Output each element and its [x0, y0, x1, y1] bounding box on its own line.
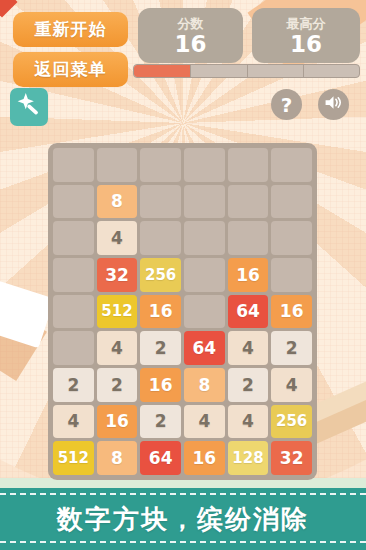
tile-256: 256 [271, 405, 312, 439]
magic-wand-button[interactable] [10, 88, 48, 126]
tile-16: 16 [184, 441, 225, 475]
game-tagline: 数字方块，缤纷消除 [0, 502, 366, 537]
speaker-volume-icon [324, 93, 343, 116]
dashed-divider [0, 541, 366, 543]
dashed-divider [0, 493, 366, 495]
back-to-menu-button[interactable]: 返回菜单 [13, 52, 128, 87]
tile-8: 8 [184, 368, 225, 402]
empty-cell [271, 221, 312, 255]
progress-divider [303, 65, 304, 77]
empty-cell [53, 221, 94, 255]
tile-2: 2 [140, 405, 181, 439]
empty-cell [97, 148, 138, 182]
board[interactable]: 8432256165121664164264422216824416244256… [48, 143, 317, 480]
footer-banner: 数字方块，缤纷消除 [0, 488, 366, 550]
sound-button[interactable] [318, 89, 349, 120]
empty-cell [140, 185, 181, 219]
tile-16: 16 [140, 295, 181, 329]
empty-cell [271, 148, 312, 182]
score-label: 分数 [178, 15, 204, 32]
best-score-panel: 最高分 16 [252, 8, 360, 63]
progress-fill [134, 65, 190, 77]
empty-cell [140, 148, 181, 182]
tile-2: 2 [53, 368, 94, 402]
tile-8: 8 [97, 185, 138, 219]
empty-cell [184, 258, 225, 292]
tile-64: 64 [140, 441, 181, 475]
empty-cell [53, 258, 94, 292]
tile-8: 8 [97, 441, 138, 475]
tile-64: 64 [184, 331, 225, 365]
restart-button[interactable]: 重新开始 [13, 12, 128, 47]
tile-4: 4 [97, 331, 138, 365]
help-button[interactable]: ? [271, 89, 302, 120]
tile-32: 32 [271, 441, 312, 475]
progress-divider [190, 65, 191, 77]
tile-256: 256 [140, 258, 181, 292]
empty-cell [53, 295, 94, 329]
tile-4: 4 [97, 221, 138, 255]
tile-128: 128 [228, 441, 269, 475]
tile-4: 4 [184, 405, 225, 439]
tile-512: 512 [97, 295, 138, 329]
empty-cell [271, 258, 312, 292]
magic-wand-icon [16, 92, 42, 122]
empty-cell [184, 148, 225, 182]
tile-16: 16 [271, 295, 312, 329]
progress-divider [247, 65, 248, 77]
empty-cell [184, 295, 225, 329]
tile-64: 64 [228, 295, 269, 329]
empty-cell [228, 185, 269, 219]
question-mark-icon: ? [281, 93, 293, 117]
empty-cell [53, 148, 94, 182]
tile-32: 32 [97, 258, 138, 292]
progress-bar [133, 64, 360, 78]
empty-cell [140, 221, 181, 255]
tile-512: 512 [53, 441, 94, 475]
tile-4: 4 [228, 331, 269, 365]
tile-16: 16 [140, 368, 181, 402]
tile-4: 4 [271, 368, 312, 402]
best-score-value: 16 [290, 32, 322, 57]
empty-cell [228, 221, 269, 255]
tile-4: 4 [228, 405, 269, 439]
tile-2: 2 [228, 368, 269, 402]
game-screen: 重新开始 返回菜单 分数 16 最高分 16 ? [0, 0, 366, 550]
empty-cell [184, 221, 225, 255]
empty-cell [184, 185, 225, 219]
score-value: 16 [174, 32, 206, 57]
empty-cell [271, 185, 312, 219]
tile-2: 2 [97, 368, 138, 402]
tile-16: 16 [97, 405, 138, 439]
tile-2: 2 [140, 331, 181, 365]
empty-cell [53, 331, 94, 365]
best-score-label: 最高分 [287, 15, 326, 32]
score-panel: 分数 16 [138, 8, 243, 63]
tile-4: 4 [53, 405, 94, 439]
tile-16: 16 [228, 258, 269, 292]
empty-cell [53, 185, 94, 219]
tile-2: 2 [271, 331, 312, 365]
empty-cell [228, 148, 269, 182]
